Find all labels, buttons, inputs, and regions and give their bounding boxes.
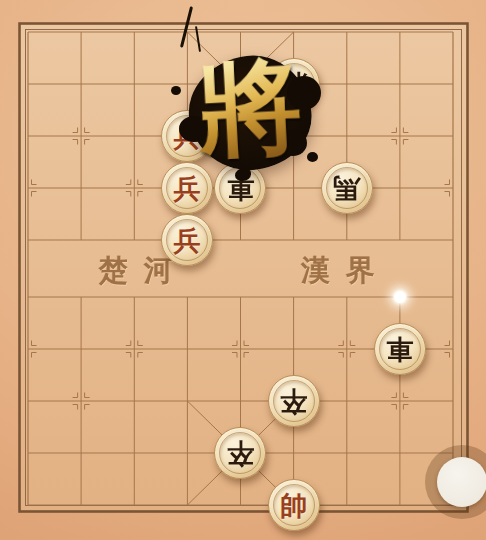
piece-character: 帥 <box>280 492 307 519</box>
piece-black-soldier[interactable]: 卒 <box>214 427 266 479</box>
piece-black-general[interactable]: 將 <box>268 58 320 110</box>
piece-character: 馬 <box>333 175 360 202</box>
piece-character: 車 <box>386 336 413 363</box>
piece-red-general[interactable]: 帥 <box>268 479 320 531</box>
piece-black-chariot[interactable]: 車 <box>214 162 266 214</box>
piece-character: 兵 <box>174 175 201 202</box>
piece-black-horse[interactable]: 馬 <box>321 162 373 214</box>
xiangqi-board[interactable]: 楚河 漢界 將兵兵車馬兵車卒卒帥 將 <box>0 0 486 540</box>
floating-button-disc-icon <box>437 457 486 507</box>
piece-red-soldier[interactable]: 兵 <box>161 162 213 214</box>
xiangqi-game-screen: 楚河 漢界 將兵兵車馬兵車卒卒帥 將 <box>0 0 486 540</box>
piece-black-chariot[interactable]: 車 <box>374 323 426 375</box>
piece-character: 車 <box>227 175 254 202</box>
piece-red-soldier[interactable]: 兵 <box>161 110 213 162</box>
pieces-layer: 將兵兵車馬兵車卒卒帥 <box>1 6 479 531</box>
piece-character: 卒 <box>280 388 307 415</box>
piece-character: 兵 <box>174 227 201 254</box>
piece-character: 將 <box>280 71 307 98</box>
piece-red-soldier[interactable]: 兵 <box>161 214 213 266</box>
piece-character: 卒 <box>227 440 254 467</box>
piece-black-soldier[interactable]: 卒 <box>268 375 320 427</box>
piece-character: 兵 <box>174 123 201 150</box>
